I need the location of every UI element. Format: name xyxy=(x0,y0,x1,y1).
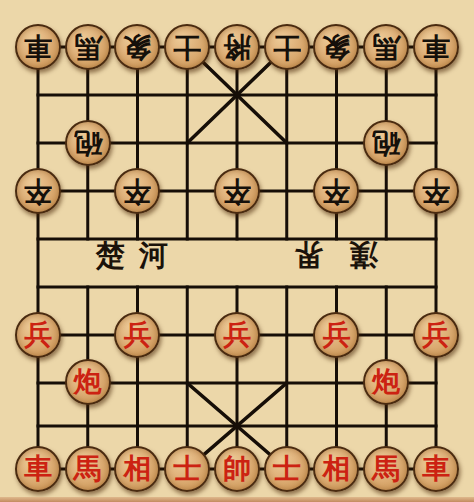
red-elephant-right[interactable]: 相 xyxy=(313,446,359,492)
piece-glyph: 士 xyxy=(273,33,301,61)
piece-glyph: 將 xyxy=(223,33,251,61)
red-soldier-4[interactable]: 兵 xyxy=(313,312,359,358)
piece-glyph: 車 xyxy=(24,455,52,483)
red-advisor-right[interactable]: 士 xyxy=(264,446,310,492)
piece-glyph: 車 xyxy=(24,33,52,61)
red-chariot-left[interactable]: 車 xyxy=(15,446,61,492)
piece-glyph: 兵 xyxy=(322,321,350,349)
piece-glyph: 馬 xyxy=(74,455,102,483)
piece-glyph: 卒 xyxy=(123,177,151,205)
red-general[interactable]: 帥 xyxy=(214,446,260,492)
black-cannon-right[interactable]: 砲 xyxy=(363,120,409,166)
red-horse-left[interactable]: 馬 xyxy=(65,446,111,492)
red-soldier-2[interactable]: 兵 xyxy=(114,312,160,358)
red-soldier-3[interactable]: 兵 xyxy=(214,312,260,358)
piece-glyph: 砲 xyxy=(74,129,102,157)
piece-glyph: 象 xyxy=(123,33,151,61)
piece-glyph: 炮 xyxy=(74,368,102,396)
black-soldier-1[interactable]: 卒 xyxy=(15,168,61,214)
piece-glyph: 馬 xyxy=(372,455,400,483)
piece-glyph: 兵 xyxy=(123,321,151,349)
black-chariot-right[interactable]: 車 xyxy=(413,24,459,70)
piece-glyph: 卒 xyxy=(322,177,350,205)
piece-glyph: 士 xyxy=(173,455,201,483)
piece-glyph: 馬 xyxy=(74,33,102,61)
piece-glyph: 士 xyxy=(273,455,301,483)
red-cannon-right[interactable]: 炮 xyxy=(363,359,409,405)
red-cannon-left[interactable]: 炮 xyxy=(65,359,111,405)
piece-glyph: 車 xyxy=(422,455,450,483)
black-horse-right[interactable]: 馬 xyxy=(363,24,409,70)
black-advisor-left[interactable]: 士 xyxy=(164,24,210,70)
piece-glyph: 象 xyxy=(322,33,350,61)
black-soldier-2[interactable]: 卒 xyxy=(114,168,160,214)
piece-glyph: 帥 xyxy=(223,455,251,483)
piece-glyph: 炮 xyxy=(372,368,400,396)
red-soldier-5[interactable]: 兵 xyxy=(413,312,459,358)
black-advisor-right[interactable]: 士 xyxy=(264,24,310,70)
piece-glyph: 兵 xyxy=(223,321,251,349)
red-horse-right[interactable]: 馬 xyxy=(363,446,409,492)
black-chariot-left[interactable]: 車 xyxy=(15,24,61,70)
piece-glyph: 卒 xyxy=(422,177,450,205)
black-horse-left[interactable]: 馬 xyxy=(65,24,111,70)
piece-glyph: 士 xyxy=(173,33,201,61)
board-bottom-edge xyxy=(0,497,474,502)
red-advisor-left[interactable]: 士 xyxy=(164,446,210,492)
black-soldier-4[interactable]: 卒 xyxy=(313,168,359,214)
xiangqi-board: 楚河 漢界 車馬象士將士象馬車砲砲卒卒卒卒卒兵兵兵兵兵炮炮車馬相士帥士相馬車 xyxy=(0,0,474,502)
piece-glyph: 馬 xyxy=(372,33,400,61)
pieces-layer: 車馬象士將士象馬車砲砲卒卒卒卒卒兵兵兵兵兵炮炮車馬相士帥士相馬車 xyxy=(13,23,461,491)
piece-glyph: 卒 xyxy=(223,177,251,205)
red-elephant-left[interactable]: 相 xyxy=(114,446,160,492)
piece-glyph: 兵 xyxy=(24,321,52,349)
piece-glyph: 卒 xyxy=(24,177,52,205)
black-cannon-left[interactable]: 砲 xyxy=(65,120,111,166)
red-chariot-right[interactable]: 車 xyxy=(413,446,459,492)
black-soldier-3[interactable]: 卒 xyxy=(214,168,260,214)
piece-glyph: 相 xyxy=(322,455,350,483)
piece-glyph: 車 xyxy=(422,33,450,61)
black-elephant-left[interactable]: 象 xyxy=(114,24,160,70)
black-general[interactable]: 將 xyxy=(214,24,260,70)
piece-glyph: 砲 xyxy=(372,129,400,157)
red-soldier-1[interactable]: 兵 xyxy=(15,312,61,358)
black-elephant-right[interactable]: 象 xyxy=(313,24,359,70)
piece-glyph: 相 xyxy=(123,455,151,483)
black-soldier-5[interactable]: 卒 xyxy=(413,168,459,214)
piece-glyph: 兵 xyxy=(422,321,450,349)
